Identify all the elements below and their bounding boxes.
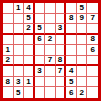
given-digit: 8 (58, 56, 62, 64)
cell-r2c1[interactable] (3, 14, 14, 25)
cell-r9c8[interactable]: 2 (77, 87, 88, 98)
cell-r2c8[interactable]: 9 (77, 14, 88, 25)
given-digit: 4 (69, 67, 73, 75)
cell-r3c8[interactable] (77, 24, 88, 35)
cell-r7c1[interactable] (3, 66, 14, 77)
cell-r3c5[interactable] (45, 24, 56, 35)
cell-r8c4[interactable] (35, 77, 46, 88)
cell-r7c6[interactable]: 7 (56, 66, 67, 77)
cell-r5c8[interactable] (77, 45, 88, 56)
given-digit: 2 (48, 35, 52, 43)
cell-r5c2[interactable] (14, 45, 25, 56)
given-digit: 9 (79, 14, 83, 22)
cell-r1c4[interactable] (35, 3, 46, 14)
cell-r4c3[interactable] (24, 35, 35, 46)
given-digit: 8 (90, 35, 94, 43)
given-digit: 5 (69, 78, 73, 86)
given-digit: 2 (79, 89, 83, 97)
given-digit: 6 (37, 35, 41, 43)
cell-r8c3[interactable]: 1 (24, 77, 35, 88)
given-digit: 1 (6, 46, 10, 54)
cell-r5c7[interactable] (66, 45, 77, 56)
given-digit: 3 (16, 78, 20, 86)
cell-r1c5[interactable] (45, 3, 56, 14)
cell-r9c5[interactable] (45, 87, 56, 98)
cell-r6c9[interactable] (87, 56, 98, 67)
cell-r9c1[interactable] (3, 87, 14, 98)
cell-r5c3[interactable] (24, 45, 35, 56)
cell-r3c7[interactable] (66, 24, 77, 35)
given-digit: 1 (16, 4, 20, 12)
cell-r3c2[interactable] (14, 24, 25, 35)
cell-r6c4[interactable] (35, 56, 46, 67)
cell-r9c4[interactable] (35, 87, 46, 98)
cell-r1c1[interactable] (3, 3, 14, 14)
given-digit: 3 (37, 67, 41, 75)
given-digit: 2 (26, 24, 30, 32)
given-digit: 3 (58, 24, 62, 32)
cell-r8c1[interactable]: 8 (3, 77, 14, 88)
cell-r6c1[interactable]: 2 (3, 56, 14, 67)
cell-r3c4[interactable]: 5 (35, 24, 46, 35)
cell-r4c8[interactable] (77, 35, 88, 46)
given-digit: 2 (6, 56, 10, 64)
cell-r6c5[interactable]: 7 (45, 56, 56, 67)
cell-r4c2[interactable] (14, 35, 25, 46)
cell-r4c6[interactable] (56, 35, 67, 46)
given-digit: 5 (26, 14, 30, 22)
cell-r6c7[interactable] (66, 56, 77, 67)
cell-r8c5[interactable] (45, 77, 56, 88)
cell-r2c9[interactable]: 7 (87, 14, 98, 25)
sudoku-board: 1455897253628162783748315562 (0, 0, 101, 101)
cell-r9c7[interactable]: 6 (66, 87, 77, 98)
cell-r9c2[interactable]: 5 (14, 87, 25, 98)
given-digit: 7 (90, 14, 94, 22)
cell-r3c9[interactable] (87, 24, 98, 35)
given-digit: 6 (69, 89, 73, 97)
given-digit: 5 (16, 89, 20, 97)
cell-r2c5[interactable] (45, 14, 56, 25)
cell-r4c1[interactable] (3, 35, 14, 46)
cell-r4c4[interactable]: 6 (35, 35, 46, 46)
cell-r7c5[interactable] (45, 66, 56, 77)
cell-r1c3[interactable]: 4 (24, 3, 35, 14)
cell-r1c7[interactable] (66, 3, 77, 14)
cell-r4c7[interactable] (66, 35, 77, 46)
given-digit: 7 (58, 67, 62, 75)
cell-r6c2[interactable] (14, 56, 25, 67)
cell-r8c6[interactable] (56, 77, 67, 88)
cell-r8c2[interactable]: 3 (14, 77, 25, 88)
given-digit: 5 (37, 24, 41, 32)
cell-r3c3[interactable]: 2 (24, 24, 35, 35)
cell-r7c8[interactable] (77, 66, 88, 77)
given-digit: 6 (90, 46, 94, 54)
given-digit: 5 (79, 4, 83, 12)
cell-r6c8[interactable] (77, 56, 88, 67)
cell-r7c2[interactable] (14, 66, 25, 77)
cell-r1c2[interactable]: 1 (14, 3, 25, 14)
cell-r8c9[interactable] (87, 77, 98, 88)
cell-r7c7[interactable]: 4 (66, 66, 77, 77)
cell-r9c6[interactable] (56, 87, 67, 98)
cell-r7c4[interactable]: 3 (35, 66, 46, 77)
cell-r7c3[interactable] (24, 66, 35, 77)
cell-r9c3[interactable] (24, 87, 35, 98)
cell-r3c6[interactable]: 3 (56, 24, 67, 35)
cell-r2c2[interactable] (14, 14, 25, 25)
cell-r8c8[interactable] (77, 77, 88, 88)
cell-r1c6[interactable] (56, 3, 67, 14)
cell-r6c6[interactable]: 8 (56, 56, 67, 67)
given-digit: 4 (26, 4, 30, 12)
cell-r7c9[interactable] (87, 66, 98, 77)
cell-r8c7[interactable]: 5 (66, 77, 77, 88)
cell-r1c8[interactable]: 5 (77, 3, 88, 14)
cell-r1c9[interactable] (87, 3, 98, 14)
cell-r5c4[interactable] (35, 45, 46, 56)
given-digit: 1 (26, 78, 30, 86)
given-digit: 7 (48, 56, 52, 64)
cell-r4c9[interactable]: 8 (87, 35, 98, 46)
cell-r3c1[interactable] (3, 24, 14, 35)
cell-r6c3[interactable] (24, 56, 35, 67)
given-digit: 8 (6, 78, 10, 86)
given-digit: 8 (69, 14, 73, 22)
cell-r2c7[interactable]: 8 (66, 14, 77, 25)
cell-r5c9[interactable]: 6 (87, 45, 98, 56)
cell-r4c5[interactable]: 2 (45, 35, 56, 46)
cell-r9c9[interactable] (87, 87, 98, 98)
